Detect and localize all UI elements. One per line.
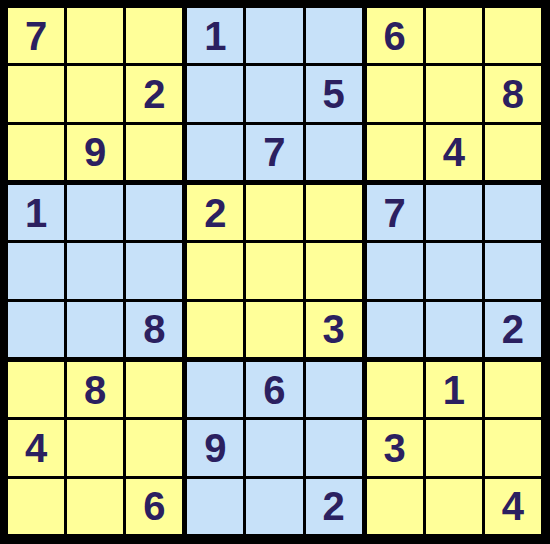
cell-r6c1-empty[interactable] xyxy=(8,302,64,357)
cell-r1c7-given-6[interactable]: 6 xyxy=(367,8,423,63)
cell-r7c2-given-8[interactable]: 8 xyxy=(67,362,123,417)
cell-r4c8-empty[interactable] xyxy=(426,185,482,240)
cell-r5c2-empty[interactable] xyxy=(67,243,123,298)
cell-r8c5-empty[interactable] xyxy=(246,420,302,475)
cell-r7c7-empty[interactable] xyxy=(367,362,423,417)
cell-r2c7-empty[interactable] xyxy=(367,66,423,121)
cell-r2c3-given-2[interactable]: 2 xyxy=(126,66,182,121)
cell-r4c6-empty[interactable] xyxy=(306,185,362,240)
cell-r5c5-empty[interactable] xyxy=(246,243,302,298)
sudoku-board: 729157684182372846692134 xyxy=(0,0,550,544)
cell-r3c6-empty[interactable] xyxy=(306,125,362,180)
box-r2c3: 72 xyxy=(367,185,541,357)
cell-r4c7-given-7[interactable]: 7 xyxy=(367,185,423,240)
cell-r1c1-given-7[interactable]: 7 xyxy=(8,8,64,63)
cell-r5c8-empty[interactable] xyxy=(426,243,482,298)
cell-r5c7-empty[interactable] xyxy=(367,243,423,298)
cell-r4c5-empty[interactable] xyxy=(246,185,302,240)
cell-r9c6-given-2[interactable]: 2 xyxy=(306,479,362,534)
cell-r5c4-empty[interactable] xyxy=(187,243,243,298)
cell-r3c5-given-7[interactable]: 7 xyxy=(246,125,302,180)
sudoku-grid: 729157684182372846692134 xyxy=(8,8,541,534)
cell-r6c9-given-2[interactable]: 2 xyxy=(485,302,541,357)
cell-r6c2-empty[interactable] xyxy=(67,302,123,357)
cell-r8c1-given-4[interactable]: 4 xyxy=(8,420,64,475)
box-r3c3: 134 xyxy=(367,362,541,534)
cell-r3c7-empty[interactable] xyxy=(367,125,423,180)
cell-r7c5-given-6[interactable]: 6 xyxy=(246,362,302,417)
cell-r4c1-given-1[interactable]: 1 xyxy=(8,185,64,240)
cell-r5c9-empty[interactable] xyxy=(485,243,541,298)
cell-r2c4-empty[interactable] xyxy=(187,66,243,121)
cell-r1c6-empty[interactable] xyxy=(306,8,362,63)
box-r1c2: 157 xyxy=(187,8,361,180)
cell-r6c8-empty[interactable] xyxy=(426,302,482,357)
cell-r2c8-empty[interactable] xyxy=(426,66,482,121)
cell-r4c4-given-2[interactable]: 2 xyxy=(187,185,243,240)
cell-r8c7-given-3[interactable]: 3 xyxy=(367,420,423,475)
cell-r9c2-empty[interactable] xyxy=(67,479,123,534)
cell-r6c5-empty[interactable] xyxy=(246,302,302,357)
cell-r2c9-given-8[interactable]: 8 xyxy=(485,66,541,121)
cell-r9c5-empty[interactable] xyxy=(246,479,302,534)
cell-r6c6-given-3[interactable]: 3 xyxy=(306,302,362,357)
cell-r7c1-empty[interactable] xyxy=(8,362,64,417)
cell-r1c2-empty[interactable] xyxy=(67,8,123,63)
cell-r7c3-empty[interactable] xyxy=(126,362,182,417)
cell-r7c8-given-1[interactable]: 1 xyxy=(426,362,482,417)
box-r2c1: 18 xyxy=(8,185,182,357)
cell-r2c5-empty[interactable] xyxy=(246,66,302,121)
cell-r3c8-given-4[interactable]: 4 xyxy=(426,125,482,180)
cell-r9c8-empty[interactable] xyxy=(426,479,482,534)
cell-r4c3-empty[interactable] xyxy=(126,185,182,240)
cell-r3c9-empty[interactable] xyxy=(485,125,541,180)
cell-r3c1-empty[interactable] xyxy=(8,125,64,180)
box-r1c3: 684 xyxy=(367,8,541,180)
cell-r2c2-empty[interactable] xyxy=(67,66,123,121)
cell-r9c1-empty[interactable] xyxy=(8,479,64,534)
cell-r8c4-given-9[interactable]: 9 xyxy=(187,420,243,475)
cell-r6c4-empty[interactable] xyxy=(187,302,243,357)
cell-r3c2-given-9[interactable]: 9 xyxy=(67,125,123,180)
cell-r9c3-given-6[interactable]: 6 xyxy=(126,479,182,534)
cell-r8c9-empty[interactable] xyxy=(485,420,541,475)
cell-r1c5-empty[interactable] xyxy=(246,8,302,63)
cell-r8c3-empty[interactable] xyxy=(126,420,182,475)
cell-r2c1-empty[interactable] xyxy=(8,66,64,121)
cell-r7c9-empty[interactable] xyxy=(485,362,541,417)
cell-r4c9-empty[interactable] xyxy=(485,185,541,240)
box-r3c1: 846 xyxy=(8,362,182,534)
cell-r7c4-empty[interactable] xyxy=(187,362,243,417)
cell-r2c6-given-5[interactable]: 5 xyxy=(306,66,362,121)
cell-r7c6-empty[interactable] xyxy=(306,362,362,417)
cell-r9c4-empty[interactable] xyxy=(187,479,243,534)
cell-r3c3-empty[interactable] xyxy=(126,125,182,180)
cell-r1c8-empty[interactable] xyxy=(426,8,482,63)
box-r1c1: 729 xyxy=(8,8,182,180)
box-r2c2: 23 xyxy=(187,185,361,357)
cell-r1c4-given-1[interactable]: 1 xyxy=(187,8,243,63)
cell-r1c9-empty[interactable] xyxy=(485,8,541,63)
cell-r9c7-empty[interactable] xyxy=(367,479,423,534)
box-r3c2: 692 xyxy=(187,362,361,534)
cell-r5c6-empty[interactable] xyxy=(306,243,362,298)
cell-r1c3-empty[interactable] xyxy=(126,8,182,63)
cell-r8c8-empty[interactable] xyxy=(426,420,482,475)
cell-r5c3-empty[interactable] xyxy=(126,243,182,298)
cell-r9c9-given-4[interactable]: 4 xyxy=(485,479,541,534)
cell-r5c1-empty[interactable] xyxy=(8,243,64,298)
cell-r6c3-given-8[interactable]: 8 xyxy=(126,302,182,357)
cell-r3c4-empty[interactable] xyxy=(187,125,243,180)
cell-r6c7-empty[interactable] xyxy=(367,302,423,357)
cell-r8c6-empty[interactable] xyxy=(306,420,362,475)
cell-r8c2-empty[interactable] xyxy=(67,420,123,475)
cell-r4c2-empty[interactable] xyxy=(67,185,123,240)
